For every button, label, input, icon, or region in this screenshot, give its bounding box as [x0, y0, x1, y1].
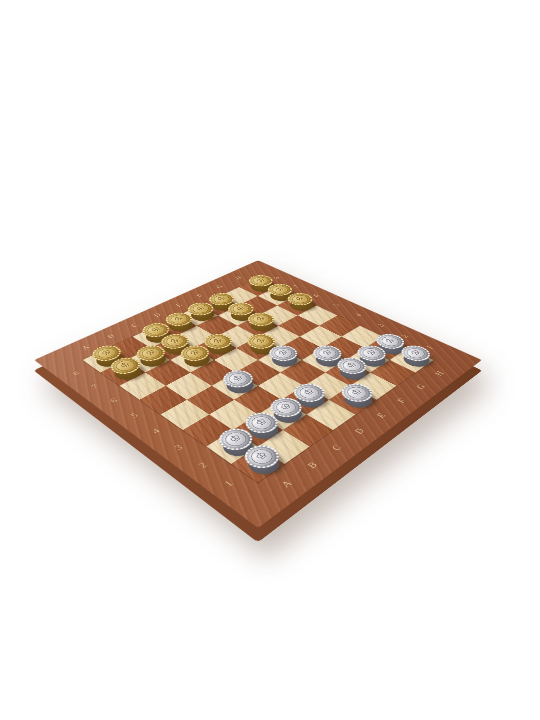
checkers-board: ♔♔♔♔♔♔♔♔♔♔♔♔♔♔♔♔♔♔♔♔♔♔♔♔♔♔♔♔♔AABBCCDDEEF… [34, 260, 482, 528]
crown-emblem-icon: ♔ [408, 349, 423, 357]
crown-emblem-icon: ♔ [364, 349, 379, 357]
crown-emblem-icon: ♔ [230, 374, 245, 383]
crown-emblem-icon: ♔ [344, 361, 359, 369]
crown-emblem-icon: ♔ [301, 387, 317, 396]
crown-emblem-icon: ♔ [383, 337, 397, 345]
crown-emblem-icon: ♔ [254, 277, 266, 283]
crown-emblem-icon: ♔ [277, 402, 293, 412]
crown-emblem-icon: ♔ [167, 337, 181, 345]
crown-emblem-icon: ♔ [187, 349, 201, 357]
crown-emblem-icon: ♔ [99, 349, 113, 357]
crown-emblem-icon: ♔ [254, 315, 268, 322]
crown-emblem-icon: ♔ [234, 305, 247, 312]
crown-emblem-icon: ♔ [252, 450, 270, 462]
crown-emblem-icon: ♔ [349, 387, 365, 396]
crown-emblem-icon: ♔ [149, 326, 163, 333]
crown-emblem-icon: ♔ [143, 349, 157, 357]
crown-emblem-icon: ♔ [117, 361, 132, 369]
crown-emblem-icon: ♔ [215, 295, 228, 301]
crown-emblem-icon: ♔ [293, 295, 306, 301]
crown-emblem-icon: ♔ [172, 315, 185, 322]
crown-emblem-icon: ♔ [276, 349, 291, 357]
crown-emblem-icon: ♔ [254, 337, 268, 345]
crown-emblem-icon: ♔ [210, 337, 224, 345]
product-photo-background: ♔♔♔♔♔♔♔♔♔♔♔♔♔♔♔♔♔♔♔♔♔♔♔♔♔♔♔♔♔AABBCCDDEEF… [0, 0, 540, 720]
crown-emblem-icon: ♔ [194, 305, 207, 312]
board-grid: ♔♔♔♔♔♔♔♔♔♔♔♔♔♔♔♔♔♔♔♔♔♔♔♔♔♔♔♔♔ [83, 278, 434, 482]
crown-emblem-icon: ♔ [320, 349, 335, 357]
crown-emblem-icon: ♔ [253, 417, 270, 427]
crown-emblem-icon: ♔ [227, 433, 244, 444]
crown-emblem-icon: ♔ [273, 286, 286, 292]
